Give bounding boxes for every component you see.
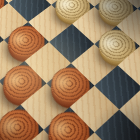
checkers-board [0,0,140,140]
checkers-scene [0,0,140,140]
